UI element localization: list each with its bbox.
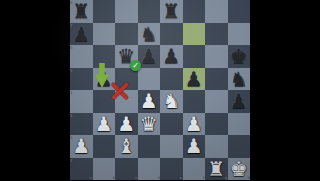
white-pawn-c3[interactable]: ♟ [115, 113, 138, 136]
square-h4[interactable]: ♟ [228, 90, 251, 113]
square-a6[interactable]: 6 [70, 45, 93, 68]
square-d7[interactable]: ♞ [138, 23, 161, 46]
square-g6[interactable] [205, 45, 228, 68]
square-e8[interactable]: ♜ [160, 0, 183, 23]
square-g1[interactable]: g♜ [205, 158, 228, 181]
square-c8[interactable] [115, 0, 138, 23]
black-knight-d7[interactable]: ♞ [138, 23, 161, 46]
square-b8[interactable] [93, 0, 116, 23]
rank-label-5: 5 [70, 68, 73, 72]
square-e7[interactable] [160, 23, 183, 46]
white-rook-g1[interactable]: ♜ [205, 158, 228, 181]
black-pawn-e6[interactable]: ♟ [160, 45, 183, 68]
rank-label-6: 6 [70, 45, 73, 49]
chess-board: 8♜♜7♟♞6♛♟♟♚5♟♟♞4♟♞♟3♟♟♛♟2♟♝♟1abcdefg♜h♚ [70, 0, 250, 180]
square-e4[interactable]: ♞ [160, 90, 183, 113]
black-knight-h5[interactable]: ♞ [228, 68, 251, 91]
square-h7[interactable] [228, 23, 251, 46]
square-h8[interactable] [228, 0, 251, 23]
square-a4[interactable]: 4 [70, 90, 93, 113]
square-c1[interactable]: c [115, 158, 138, 181]
square-d1[interactable]: d [138, 158, 161, 181]
square-d2[interactable] [138, 135, 161, 158]
square-a2[interactable]: 2♟ [70, 135, 93, 158]
square-c7[interactable] [115, 23, 138, 46]
square-c4[interactable] [115, 90, 138, 113]
square-f6[interactable] [183, 45, 206, 68]
correct-move-badge: ✓ [130, 60, 141, 71]
white-pawn-d4[interactable]: ♟ [138, 90, 161, 113]
square-b4[interactable] [93, 90, 116, 113]
square-f5[interactable]: ♟ [183, 68, 206, 91]
rank-label-4: 4 [70, 90, 73, 94]
square-e3[interactable] [160, 113, 183, 136]
square-g5[interactable] [205, 68, 228, 91]
square-f2[interactable]: ♟ [183, 135, 206, 158]
square-d4[interactable]: ♟ [138, 90, 161, 113]
black-pawn-f5[interactable]: ♟ [183, 68, 206, 91]
rank-label-3: 3 [70, 113, 73, 117]
white-pawn-f2[interactable]: ♟ [183, 135, 206, 158]
square-g8[interactable] [205, 0, 228, 23]
square-f3[interactable]: ♟ [183, 113, 206, 136]
square-a1[interactable]: 1a [70, 158, 93, 181]
square-d5[interactable] [138, 68, 161, 91]
square-e6[interactable]: ♟ [160, 45, 183, 68]
white-king-h1[interactable]: ♚ [228, 158, 251, 181]
square-e5[interactable] [160, 68, 183, 91]
square-b3[interactable]: ♟ [93, 113, 116, 136]
square-g2[interactable] [205, 135, 228, 158]
white-knight-e4[interactable]: ♞ [160, 90, 183, 113]
square-b1[interactable]: b [93, 158, 116, 181]
square-e1[interactable]: e [160, 158, 183, 181]
square-f8[interactable] [183, 0, 206, 23]
square-a8[interactable]: 8♜ [70, 0, 93, 23]
rank-label-1: 1 [70, 158, 73, 162]
white-pawn-f3[interactable]: ♟ [183, 113, 206, 136]
square-b7[interactable] [93, 23, 116, 46]
square-a5[interactable]: 5 [70, 68, 93, 91]
square-g7[interactable] [205, 23, 228, 46]
square-h6[interactable]: ♚ [228, 45, 251, 68]
square-d8[interactable] [138, 0, 161, 23]
square-d3[interactable]: ♛ [138, 113, 161, 136]
square-a7[interactable]: 7♟ [70, 23, 93, 46]
black-rook-e8[interactable]: ♜ [160, 0, 183, 23]
white-queen-d3[interactable]: ♛ [138, 113, 161, 136]
letterboxed-screenshot: 8♜♜7♟♞6♛♟♟♚5♟♟♞4♟♞♟3♟♟♛♟2♟♝♟1abcdefg♜h♚ … [0, 0, 320, 180]
square-c3[interactable]: ♟ [115, 113, 138, 136]
checkmark-icon: ✓ [132, 61, 139, 69]
square-h3[interactable] [228, 113, 251, 136]
square-f1[interactable]: f [183, 158, 206, 181]
black-pawn-h4[interactable]: ♟ [228, 90, 251, 113]
square-e2[interactable] [160, 135, 183, 158]
square-h5[interactable]: ♞ [228, 68, 251, 91]
square-a3[interactable]: 3 [70, 113, 93, 136]
white-pawn-a2[interactable]: ♟ [70, 135, 93, 158]
square-f7[interactable] [183, 23, 206, 46]
square-h2[interactable] [228, 135, 251, 158]
white-pawn-b3[interactable]: ♟ [93, 113, 116, 136]
black-king-h6[interactable]: ♚ [228, 45, 251, 68]
square-c2[interactable]: ♝ [115, 135, 138, 158]
square-h1[interactable]: h♚ [228, 158, 251, 181]
black-rook-a8[interactable]: ♜ [70, 0, 93, 23]
square-b2[interactable] [93, 135, 116, 158]
square-g3[interactable] [205, 113, 228, 136]
square-f4[interactable] [183, 90, 206, 113]
square-g4[interactable] [205, 90, 228, 113]
black-pawn-a7[interactable]: ♟ [70, 23, 93, 46]
white-bishop-c2[interactable]: ♝ [115, 135, 138, 158]
